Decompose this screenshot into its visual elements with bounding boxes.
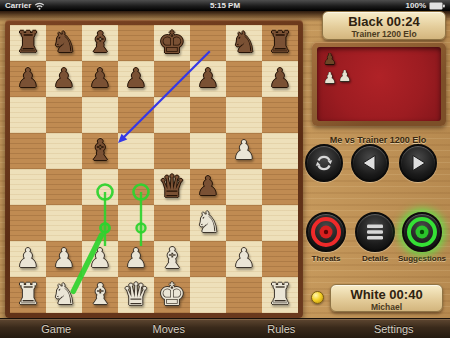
white-player-name: Michael [331, 302, 442, 312]
square-g4[interactable] [226, 169, 262, 205]
black-knight[interactable]: ♞ [46, 24, 82, 60]
square-a8[interactable]: ♜ [10, 25, 46, 61]
suggestions-label: Suggestions [398, 254, 446, 263]
square-e1[interactable]: ♚ [154, 277, 190, 313]
square-h1[interactable]: ♜ [262, 277, 298, 313]
back-arrow-icon [358, 151, 382, 175]
white-queen[interactable]: ♛ [118, 276, 154, 312]
square-f3[interactable]: ♞ [190, 205, 226, 241]
black-pawn[interactable]: ♟ [190, 168, 226, 204]
square-a2[interactable]: ♟ [10, 241, 46, 277]
status-bar: Carrier 5:15 PM 100% [0, 0, 450, 11]
square-e2[interactable]: ♝ [154, 241, 190, 277]
square-g2[interactable]: ♟ [226, 241, 262, 277]
square-a3[interactable] [10, 205, 46, 241]
square-h5[interactable] [262, 133, 298, 169]
square-c5[interactable]: ♝ [82, 133, 118, 169]
white-king[interactable]: ♚ [154, 276, 190, 312]
forward-arrow-icon [406, 151, 430, 175]
white-bishop[interactable]: ♝ [154, 240, 190, 276]
square-e3[interactable] [154, 205, 190, 241]
redo-move-button[interactable] [399, 144, 437, 182]
tab-settings[interactable]: Settings [338, 323, 450, 335]
white-pawn[interactable]: ♟ [226, 132, 262, 168]
square-f6[interactable] [190, 97, 226, 133]
square-a7[interactable]: ♟ [10, 61, 46, 97]
black-knight[interactable]: ♞ [226, 24, 262, 60]
square-f5[interactable] [190, 133, 226, 169]
square-d7[interactable]: ♟ [118, 61, 154, 97]
square-g8[interactable]: ♞ [226, 25, 262, 61]
black-rook[interactable]: ♜ [262, 24, 298, 60]
white-rook[interactable]: ♜ [262, 276, 298, 312]
square-b3[interactable] [46, 205, 82, 241]
black-queen[interactable]: ♛ [154, 168, 190, 204]
square-h3[interactable] [262, 205, 298, 241]
square-e6[interactable] [154, 97, 190, 133]
black-clock-time: Black 00:24 [323, 15, 445, 28]
square-c2[interactable]: ♟ [82, 241, 118, 277]
white-pawn[interactable]: ♟ [46, 240, 82, 276]
square-a5[interactable] [10, 133, 46, 169]
square-b5[interactable] [46, 133, 82, 169]
white-knight[interactable]: ♞ [46, 276, 82, 312]
chess-board: ♜♞♝♚♞♜♟♟♟♟♟♟♝♟♛♟♞♟♟♟♟♝♟♜♞♝♛♚♜ [5, 20, 303, 318]
rotate-arrows-icon [312, 151, 336, 175]
square-e8[interactable]: ♚ [154, 25, 190, 61]
square-f8[interactable] [190, 25, 226, 61]
board-grid: ♜♞♝♚♞♜♟♟♟♟♟♟♝♟♛♟♞♟♟♟♟♝♟♜♞♝♛♚♜ [10, 25, 298, 313]
white-clock-time: White 00:40 [331, 288, 442, 301]
white-pawn[interactable]: ♟ [118, 240, 154, 276]
black-king[interactable]: ♚ [154, 24, 190, 60]
square-f1[interactable] [190, 277, 226, 313]
square-d5[interactable] [118, 133, 154, 169]
square-g1[interactable] [226, 277, 262, 313]
replay-game-button[interactable] [305, 144, 343, 182]
square-c3[interactable] [82, 205, 118, 241]
black-bishop[interactable]: ♝ [82, 132, 118, 168]
square-b6[interactable] [46, 97, 82, 133]
battery-icon [429, 2, 445, 10]
black-bishop[interactable]: ♝ [82, 24, 118, 60]
square-f7[interactable]: ♟ [190, 61, 226, 97]
details-list-icon [358, 215, 392, 249]
square-h6[interactable] [262, 97, 298, 133]
square-f4[interactable]: ♟ [190, 169, 226, 205]
suggestions-button[interactable] [402, 212, 442, 252]
square-c6[interactable] [82, 97, 118, 133]
tab-rules[interactable]: Rules [225, 323, 338, 335]
white-pawn[interactable]: ♟ [10, 240, 46, 276]
white-turn-indicator [311, 291, 324, 304]
suggestions-rings-icon [405, 215, 439, 249]
status-time: 5:15 PM [0, 1, 450, 10]
tab-game[interactable]: Game [0, 323, 113, 335]
captured-white-pawn: ♟ [338, 69, 351, 84]
black-pawn[interactable]: ♟ [262, 60, 298, 96]
black-rook[interactable]: ♜ [10, 24, 46, 60]
black-pawn[interactable]: ♟ [190, 60, 226, 96]
black-pawn[interactable]: ♟ [46, 60, 82, 96]
square-d2[interactable]: ♟ [118, 241, 154, 277]
square-d6[interactable] [118, 97, 154, 133]
black-pawn[interactable]: ♟ [82, 60, 118, 96]
square-d4[interactable] [118, 169, 154, 205]
threats-label: Threats [312, 254, 341, 263]
black-pawn[interactable]: ♟ [118, 60, 154, 96]
square-a4[interactable] [10, 169, 46, 205]
square-g7[interactable] [226, 61, 262, 97]
square-h2[interactable] [262, 241, 298, 277]
square-h7[interactable]: ♟ [262, 61, 298, 97]
captured-pieces-felt: ♟♟♟ [317, 47, 441, 121]
threats-rings-icon [309, 215, 343, 249]
battery-percent: 100% [406, 1, 426, 10]
captured-black-pawn: ♟ [323, 52, 336, 67]
white-rook[interactable]: ♜ [10, 276, 46, 312]
black-player-name: Trainer 1200 Elo [323, 29, 445, 39]
square-c1[interactable]: ♝ [82, 277, 118, 313]
square-b2[interactable]: ♟ [46, 241, 82, 277]
white-bishop[interactable]: ♝ [82, 276, 118, 312]
square-e5[interactable] [154, 133, 190, 169]
square-d8[interactable] [118, 25, 154, 61]
square-f2[interactable] [190, 241, 226, 277]
square-c7[interactable]: ♟ [82, 61, 118, 97]
details-label: Details [362, 254, 388, 263]
black-clock-panel: Black 00:24 Trainer 1200 Elo [322, 11, 446, 40]
square-c4[interactable] [82, 169, 118, 205]
white-pawn[interactable]: ♟ [226, 240, 262, 276]
square-b8[interactable]: ♞ [46, 25, 82, 61]
white-clock-panel: White 00:40 Michael [330, 284, 443, 312]
square-h8[interactable]: ♜ [262, 25, 298, 61]
square-d1[interactable]: ♛ [118, 277, 154, 313]
square-h4[interactable] [262, 169, 298, 205]
captured-white-pawn: ♟ [323, 71, 336, 86]
white-knight[interactable]: ♞ [190, 204, 226, 240]
square-a6[interactable] [10, 97, 46, 133]
details-button[interactable] [355, 212, 395, 252]
square-a1[interactable]: ♜ [10, 277, 46, 313]
square-b1[interactable]: ♞ [46, 277, 82, 313]
square-g6[interactable] [226, 97, 262, 133]
white-pawn[interactable]: ♟ [82, 240, 118, 276]
bottom-tab-bar: GameMovesRulesSettings [0, 318, 450, 338]
square-b4[interactable] [46, 169, 82, 205]
black-pawn[interactable]: ♟ [10, 60, 46, 96]
undo-move-button[interactable] [351, 144, 389, 182]
square-c8[interactable]: ♝ [82, 25, 118, 61]
chess-app-screen: Carrier 5:15 PM 100% ♜♞♝♚♞♜♟♟♟♟♟♟♝♟♛♟♞♟♟… [0, 0, 450, 338]
tab-moves[interactable]: Moves [113, 323, 226, 335]
captured-pieces-tray: ♟♟♟ [312, 42, 446, 126]
square-e7[interactable] [154, 61, 190, 97]
square-g3[interactable] [226, 205, 262, 241]
square-e4[interactable]: ♛ [154, 169, 190, 205]
square-d3[interactable] [118, 205, 154, 241]
square-g5[interactable]: ♟ [226, 133, 262, 169]
threats-button[interactable] [306, 212, 346, 252]
square-b7[interactable]: ♟ [46, 61, 82, 97]
